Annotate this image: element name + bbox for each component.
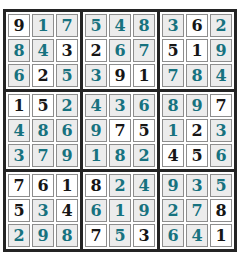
sudoku-cell-r7c9[interactable]: 5	[210, 174, 232, 197]
sudoku-cell-r8c8[interactable]: 7	[186, 199, 208, 222]
sudoku-cell-r8c4[interactable]: 6	[85, 199, 107, 222]
sudoku-cell-r8c3[interactable]: 4	[56, 199, 78, 222]
sudoku-box: 917843625	[6, 12, 80, 89]
sudoku-cell-r3c6[interactable]: 1	[133, 64, 155, 87]
sudoku-cell-r5c6[interactable]: 5	[133, 119, 155, 142]
sudoku-cell-r7c4[interactable]: 8	[85, 174, 107, 197]
sudoku-cell-r1c6[interactable]: 8	[133, 14, 155, 37]
sudoku-cell-r8c9[interactable]: 8	[210, 199, 232, 222]
sudoku-cell-r9c2[interactable]: 9	[32, 224, 54, 247]
sudoku-cell-r6c6[interactable]: 2	[133, 144, 155, 167]
sudoku-cell-r7c3[interactable]: 1	[56, 174, 78, 197]
sudoku-cell-r4c3[interactable]: 2	[56, 94, 78, 117]
sudoku-cell-r3c1[interactable]: 6	[8, 64, 30, 87]
sudoku-cell-r2c2[interactable]: 4	[32, 39, 54, 62]
sudoku-cell-r7c6[interactable]: 4	[133, 174, 155, 197]
sudoku-box: 935278641	[160, 172, 234, 249]
sudoku-cell-r6c2[interactable]: 7	[32, 144, 54, 167]
sudoku-cell-r3c9[interactable]: 4	[210, 64, 232, 87]
sudoku-cell-r3c5[interactable]: 9	[109, 64, 131, 87]
sudoku-box: 152486379	[6, 92, 80, 169]
sudoku-cell-r4c9[interactable]: 7	[210, 94, 232, 117]
sudoku-cell-r2c3[interactable]: 3	[56, 39, 78, 62]
sudoku-cell-r7c2[interactable]: 6	[32, 174, 54, 197]
sudoku-cell-r3c3[interactable]: 5	[56, 64, 78, 87]
sudoku-cell-r8c1[interactable]: 5	[8, 199, 30, 222]
sudoku-cell-r6c9[interactable]: 6	[210, 144, 232, 167]
sudoku-cell-r9c5[interactable]: 5	[109, 224, 131, 247]
sudoku-cell-r5c1[interactable]: 4	[8, 119, 30, 142]
sudoku-cell-r4c4[interactable]: 4	[85, 94, 107, 117]
sudoku-box: 824619753	[83, 172, 157, 249]
sudoku-cell-r4c7[interactable]: 8	[162, 94, 184, 117]
sudoku-cell-r7c1[interactable]: 7	[8, 174, 30, 197]
sudoku-cell-r5c5[interactable]: 7	[109, 119, 131, 142]
sudoku-cell-r7c7[interactable]: 9	[162, 174, 184, 197]
sudoku-cell-r2c6[interactable]: 7	[133, 39, 155, 62]
sudoku-box: 548267391	[83, 12, 157, 89]
sudoku-cell-r4c8[interactable]: 9	[186, 94, 208, 117]
sudoku-cell-r9c9[interactable]: 1	[210, 224, 232, 247]
sudoku-cell-r8c7[interactable]: 2	[162, 199, 184, 222]
sudoku-cell-r6c3[interactable]: 9	[56, 144, 78, 167]
sudoku-cell-r9c3[interactable]: 8	[56, 224, 78, 247]
sudoku-cell-r4c1[interactable]: 1	[8, 94, 30, 117]
sudoku-cell-r2c1[interactable]: 8	[8, 39, 30, 62]
sudoku-cell-r1c5[interactable]: 4	[109, 14, 131, 37]
sudoku-cell-r1c4[interactable]: 5	[85, 14, 107, 37]
sudoku-cell-r6c8[interactable]: 5	[186, 144, 208, 167]
sudoku-box: 761534298	[6, 172, 80, 249]
sudoku-cell-r1c9[interactable]: 2	[210, 14, 232, 37]
sudoku-cell-r3c4[interactable]: 3	[85, 64, 107, 87]
sudoku-box: 897123456	[160, 92, 234, 169]
sudoku-cell-r9c1[interactable]: 2	[8, 224, 30, 247]
sudoku-cell-r2c5[interactable]: 6	[109, 39, 131, 62]
sudoku-cell-r9c4[interactable]: 7	[85, 224, 107, 247]
sudoku-cell-r1c8[interactable]: 6	[186, 14, 208, 37]
sudoku-cell-r2c4[interactable]: 2	[85, 39, 107, 62]
sudoku-cell-r5c2[interactable]: 8	[32, 119, 54, 142]
sudoku-cell-r8c5[interactable]: 1	[109, 199, 131, 222]
sudoku-cell-r3c8[interactable]: 8	[186, 64, 208, 87]
sudoku-cell-r4c5[interactable]: 3	[109, 94, 131, 117]
sudoku-cell-r1c2[interactable]: 1	[32, 14, 54, 37]
sudoku-cell-r9c6[interactable]: 3	[133, 224, 155, 247]
sudoku-cell-r8c2[interactable]: 3	[32, 199, 54, 222]
sudoku-cell-r8c6[interactable]: 9	[133, 199, 155, 222]
sudoku-cell-r1c7[interactable]: 3	[162, 14, 184, 37]
sudoku-cell-r6c7[interactable]: 4	[162, 144, 184, 167]
sudoku-cell-r3c2[interactable]: 2	[32, 64, 54, 87]
sudoku-cell-r2c7[interactable]: 5	[162, 39, 184, 62]
sudoku-cell-r6c5[interactable]: 8	[109, 144, 131, 167]
sudoku-cell-r1c1[interactable]: 9	[8, 14, 30, 37]
sudoku-cell-r5c3[interactable]: 6	[56, 119, 78, 142]
sudoku-cell-r5c4[interactable]: 9	[85, 119, 107, 142]
sudoku-cell-r5c8[interactable]: 2	[186, 119, 208, 142]
sudoku-cell-r5c7[interactable]: 1	[162, 119, 184, 142]
sudoku-box: 362519784	[160, 12, 234, 89]
sudoku-board: 9178436255482673913625197841524863794369…	[3, 9, 237, 252]
sudoku-cell-r9c7[interactable]: 6	[162, 224, 184, 247]
sudoku-cell-r7c8[interactable]: 3	[186, 174, 208, 197]
sudoku-cell-r6c1[interactable]: 3	[8, 144, 30, 167]
sudoku-box: 436975182	[83, 92, 157, 169]
sudoku-cell-r4c2[interactable]: 5	[32, 94, 54, 117]
sudoku-cell-r2c8[interactable]: 1	[186, 39, 208, 62]
sudoku-cell-r6c4[interactable]: 1	[85, 144, 107, 167]
sudoku-cell-r7c5[interactable]: 2	[109, 174, 131, 197]
sudoku-cell-r4c6[interactable]: 6	[133, 94, 155, 117]
sudoku-cell-r5c9[interactable]: 3	[210, 119, 232, 142]
sudoku-cell-r3c7[interactable]: 7	[162, 64, 184, 87]
sudoku-cell-r1c3[interactable]: 7	[56, 14, 78, 37]
sudoku-cell-r2c9[interactable]: 9	[210, 39, 232, 62]
sudoku-cell-r9c8[interactable]: 4	[186, 224, 208, 247]
